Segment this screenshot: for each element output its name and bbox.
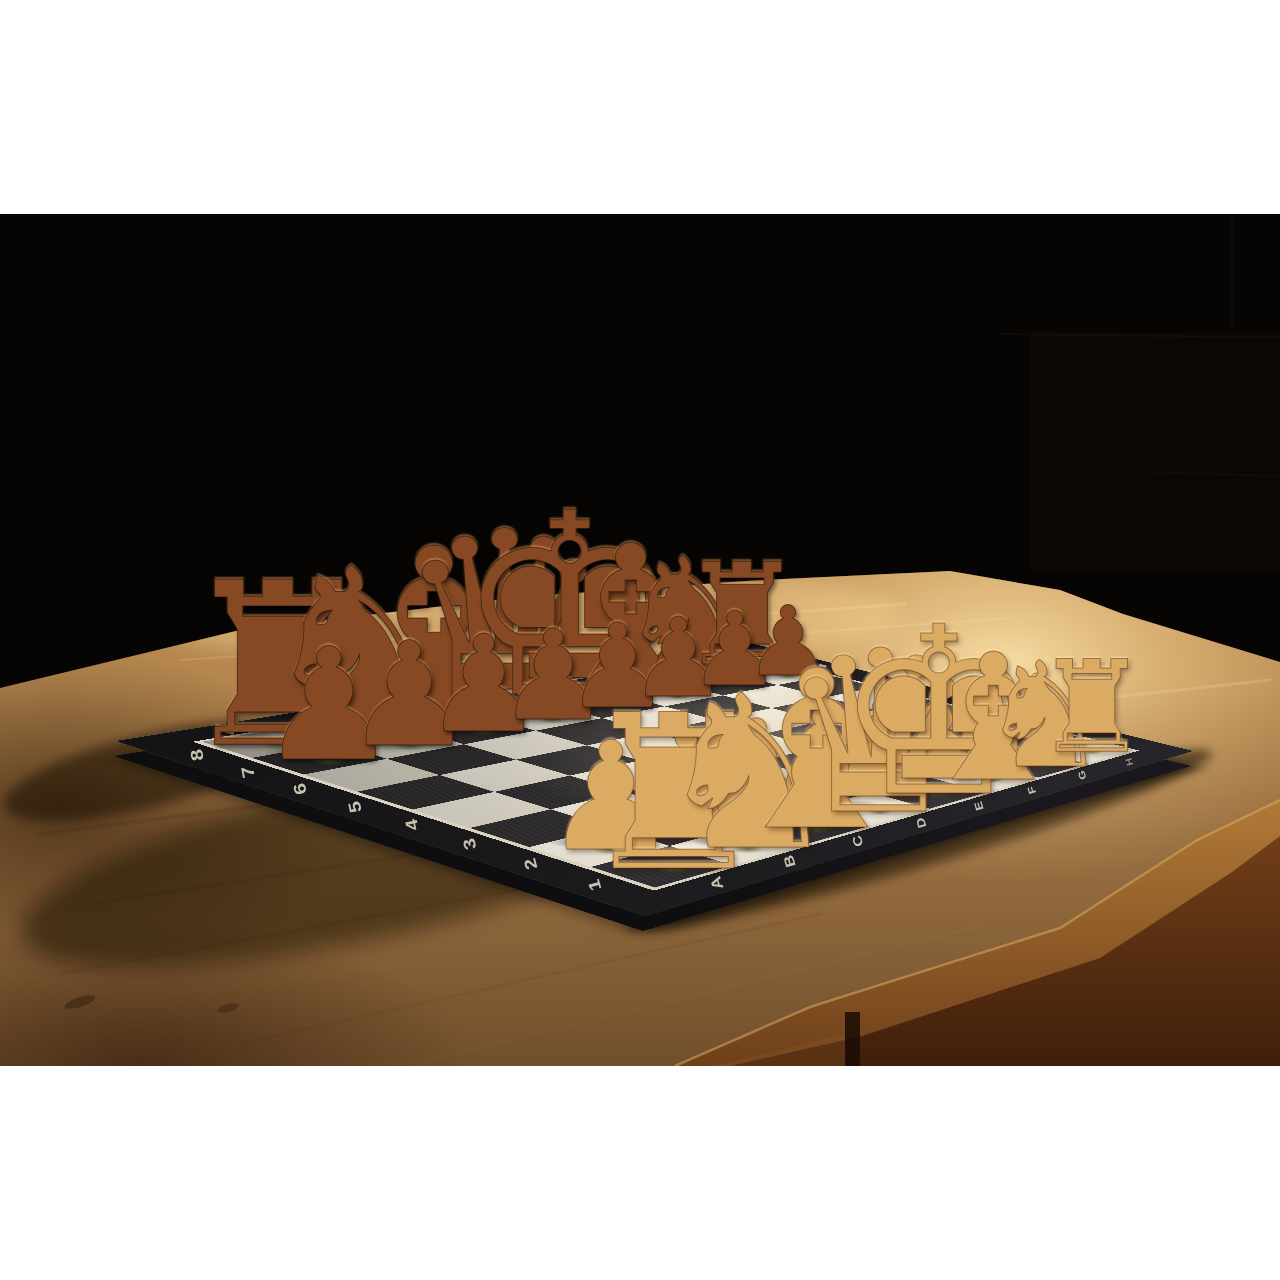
- table-leg-seam: [845, 1012, 860, 1066]
- background-panel-lines: [1000, 214, 1280, 572]
- chess-photo: AABBCCDDEEFFGGHH1122334455667788♜♞♝♛♚♝♞♜…: [0, 214, 1280, 1066]
- piece-white-rook-h1[interactable]: ♜: [1035, 644, 1149, 771]
- product-photo-page: AABBCCDDEEFFGGHH1122334455667788♜♞♝♛♚♝♞♜…: [0, 0, 1280, 1280]
